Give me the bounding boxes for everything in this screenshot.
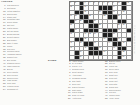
crossword-grid: 1234567891011121314151617181920212223242… bbox=[69, 1, 133, 61]
down-clue-list-2: 22.Baking place25.Stir up29.Lion's lair3… bbox=[103, 60, 139, 101]
down-clue-list-1: 1.Apple center2.Si, in Paris3.Pekoe, e.g… bbox=[66, 60, 100, 101]
cell-number: 11 bbox=[127, 2, 129, 4]
clue-text: Arctic bird bbox=[72, 97, 100, 100]
across-clue-list: 1.Pod dwellers3.Sketched12.Lotion additi… bbox=[1, 4, 65, 91]
cell-number: 34 bbox=[84, 33, 86, 35]
cell-number: 18 bbox=[123, 11, 125, 13]
cell-number: 17 bbox=[113, 11, 115, 13]
cell-number: 25 bbox=[80, 20, 82, 22]
clue-text: Hosp. area bbox=[109, 97, 139, 100]
cell-number: 8 bbox=[108, 2, 109, 4]
cell-number: 7 bbox=[104, 2, 105, 4]
cell-number: 37 bbox=[113, 33, 115, 35]
clue-item: 20.Arctic bird bbox=[66, 97, 100, 100]
cell-number: 13 bbox=[84, 6, 86, 8]
cell-number: 32 bbox=[118, 29, 120, 31]
cell-number: 14 bbox=[113, 6, 115, 8]
cell-number: 22 bbox=[104, 15, 106, 17]
cell-number: 38 bbox=[84, 38, 86, 40]
clue-item: 52.Hosp. area bbox=[103, 97, 139, 100]
cell-number: 2 bbox=[75, 2, 76, 4]
clue-item: 54.Compass pt. bbox=[1, 88, 65, 91]
crossword-page: ACROSS 1.Pod dwellers3.Sketched12.Lotion… bbox=[0, 0, 140, 105]
cell-number: 40 bbox=[118, 38, 120, 40]
cell-number: 30 bbox=[123, 24, 125, 26]
cell-number: 44 bbox=[108, 42, 110, 44]
copyright-text: © Tribune Media Services, Inc. bbox=[132, 25, 136, 59]
cell-number: 20 bbox=[75, 15, 77, 17]
cell-number: 19 bbox=[70, 15, 72, 17]
cell-number: 49 bbox=[113, 47, 115, 49]
cell-number: 48 bbox=[99, 47, 101, 49]
cell-number: 6 bbox=[99, 2, 100, 4]
cell-number: 21 bbox=[89, 15, 91, 17]
cell-number: 3 bbox=[84, 2, 85, 4]
cell-number: 26 bbox=[94, 20, 96, 22]
down-clues-column-1: 1.Apple center2.Si, in Paris3.Pekoe, e.g… bbox=[66, 60, 100, 101]
cell-number: 39 bbox=[104, 38, 106, 40]
cell-number: 50 bbox=[80, 51, 82, 53]
cell-number: 31 bbox=[75, 29, 77, 31]
cell-number: 27 bbox=[70, 24, 72, 26]
cell-number: 41 bbox=[70, 42, 72, 44]
cell-number: 45 bbox=[123, 42, 125, 44]
cell-number: 29 bbox=[118, 24, 120, 26]
cell-number: 28 bbox=[99, 24, 101, 26]
cell-number: 15 bbox=[84, 11, 86, 13]
cell-number: 42 bbox=[80, 42, 82, 44]
cell-number: 9 bbox=[113, 2, 114, 4]
cell-number: 5 bbox=[94, 2, 95, 4]
cell-number: 10 bbox=[118, 2, 120, 4]
cell-number: 1 bbox=[70, 2, 71, 4]
clue-text: Compass pt. bbox=[7, 88, 65, 91]
cell-number: 4 bbox=[89, 2, 90, 4]
cell-number: 46 bbox=[70, 47, 72, 49]
down-clues-column-2: 22.Baking place25.Stir up29.Lion's lair3… bbox=[103, 60, 139, 101]
down-header: DOWN bbox=[48, 59, 56, 62]
cell-number: 12 bbox=[70, 6, 72, 8]
across-clues-column: ACROSS 1.Pod dwellers3.Sketched12.Lotion… bbox=[1, 1, 65, 91]
cell-number: 47 bbox=[84, 47, 86, 49]
cell-number: 53 bbox=[80, 56, 82, 58]
cell-number: 33 bbox=[70, 33, 72, 35]
cell-number: 35 bbox=[89, 33, 91, 35]
cell-number: 24 bbox=[75, 20, 77, 22]
cell-number: 51 bbox=[104, 51, 106, 53]
cell-number: 52 bbox=[123, 51, 125, 53]
cell-number: 36 bbox=[94, 33, 96, 35]
cell-number: 54 bbox=[123, 56, 125, 58]
cell-number: 23 bbox=[118, 15, 120, 17]
cell-number: 43 bbox=[94, 42, 96, 44]
cell-number: 16 bbox=[99, 11, 101, 13]
